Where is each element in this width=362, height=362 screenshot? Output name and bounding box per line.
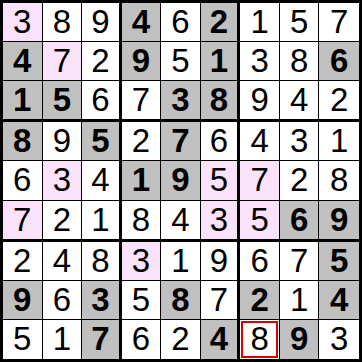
sudoku-cell[interactable]: 1 — [161, 242, 201, 281]
sudoku-cell[interactable]: 4 — [240, 122, 280, 161]
sudoku-cell[interactable]: 5 — [122, 281, 162, 320]
sudoku-cell[interactable]: 3 — [319, 320, 359, 359]
sudoku-cell[interactable]: 7 — [82, 320, 122, 359]
sudoku-cell[interactable]: 1 — [43, 320, 83, 359]
sudoku-cell[interactable]: 9 — [280, 320, 320, 359]
sudoku-cell[interactable]: 9 — [240, 81, 280, 122]
sudoku-cell[interactable]: 8 — [122, 201, 162, 242]
sudoku-cell[interactable]: 6 — [280, 201, 320, 242]
sudoku-cell[interactable]: 5 — [43, 81, 83, 122]
sudoku-cell[interactable]: 1 — [3, 81, 43, 122]
sudoku-cell[interactable]: 4 — [201, 320, 241, 359]
sudoku-cell[interactable]: 1 — [201, 42, 241, 81]
sudoku-cell[interactable]: 2 — [319, 81, 359, 122]
sudoku-cell[interactable]: 7 — [122, 81, 162, 122]
sudoku-cell[interactable]: 8 — [43, 3, 83, 42]
selected-cell[interactable]: 8 — [240, 320, 280, 359]
sudoku-cell[interactable]: 5 — [161, 42, 201, 81]
sudoku-cell[interactable]: 8 — [201, 81, 241, 122]
sudoku-cell[interactable]: 3 — [201, 201, 241, 242]
sudoku-cell[interactable]: 4 — [82, 161, 122, 200]
sudoku-cell[interactable]: 5 — [3, 320, 43, 359]
sudoku-cell[interactable]: 6 — [3, 161, 43, 200]
sudoku-cell[interactable]: 3 — [240, 42, 280, 81]
sudoku-cell[interactable]: 7 — [280, 242, 320, 281]
sudoku-cell[interactable]: 8 — [161, 281, 201, 320]
sudoku-cell[interactable]: 6 — [82, 81, 122, 122]
sudoku-cell[interactable]: 9 — [319, 201, 359, 242]
sudoku-cell[interactable]: 4 — [280, 81, 320, 122]
sudoku-cell[interactable]: 4 — [319, 281, 359, 320]
sudoku-cell[interactable]: 2 — [43, 201, 83, 242]
sudoku-cell[interactable]: 4 — [122, 3, 162, 42]
sudoku-cell[interactable]: 2 — [161, 320, 201, 359]
sudoku-cell[interactable]: 3 — [43, 161, 83, 200]
sudoku-cell[interactable]: 7 — [43, 42, 83, 81]
sudoku-cell[interactable]: 5 — [319, 242, 359, 281]
sudoku-cell[interactable]: 8 — [82, 242, 122, 281]
sudoku-cell[interactable]: 8 — [280, 42, 320, 81]
sudoku-cell[interactable]: 3 — [82, 281, 122, 320]
sudoku-cell[interactable]: 8 — [319, 161, 359, 200]
sudoku-cell[interactable]: 7 — [201, 281, 241, 320]
sudoku-cell[interactable]: 9 — [3, 281, 43, 320]
sudoku-cell[interactable]: 3 — [161, 81, 201, 122]
sudoku-cell[interactable]: 6 — [43, 281, 83, 320]
sudoku-cell[interactable]: 9 — [122, 42, 162, 81]
sudoku-cell[interactable]: 7 — [161, 122, 201, 161]
sudoku-cell[interactable]: 1 — [319, 122, 359, 161]
sudoku-cell[interactable]: 6 — [240, 242, 280, 281]
sudoku-cell[interactable]: 2 — [280, 161, 320, 200]
sudoku-cell[interactable]: 3 — [122, 242, 162, 281]
sudoku-cell[interactable]: 2 — [240, 281, 280, 320]
sudoku-cell[interactable]: 9 — [43, 122, 83, 161]
sudoku-cell[interactable]: 5 — [201, 161, 241, 200]
sudoku-cell[interactable]: 1 — [82, 201, 122, 242]
sudoku-cell[interactable]: 9 — [82, 3, 122, 42]
sudoku-cell[interactable]: 2 — [122, 122, 162, 161]
sudoku-cell[interactable]: 2 — [3, 242, 43, 281]
sudoku-cell[interactable]: 8 — [3, 122, 43, 161]
sudoku-cell[interactable]: 3 — [3, 3, 43, 42]
sudoku-cell[interactable]: 5 — [240, 201, 280, 242]
sudoku-board: 3894621574729513861567389428952764316341… — [0, 0, 362, 362]
sudoku-cell[interactable]: 6 — [161, 3, 201, 42]
sudoku-cell[interactable]: 1 — [280, 281, 320, 320]
sudoku-cell[interactable]: 5 — [280, 3, 320, 42]
sudoku-cell[interactable]: 1 — [122, 161, 162, 200]
sudoku-cell[interactable]: 5 — [82, 122, 122, 161]
sudoku-cell[interactable]: 4 — [43, 242, 83, 281]
sudoku-cell[interactable]: 7 — [319, 3, 359, 42]
sudoku-cell[interactable]: 7 — [3, 201, 43, 242]
sudoku-cell[interactable]: 6 — [319, 42, 359, 81]
sudoku-cell[interactable]: 4 — [3, 42, 43, 81]
sudoku-cell[interactable]: 6 — [201, 122, 241, 161]
sudoku-cell[interactable]: 9 — [161, 161, 201, 200]
sudoku-cell[interactable]: 2 — [82, 42, 122, 81]
sudoku-cell[interactable]: 6 — [122, 320, 162, 359]
sudoku-cell[interactable]: 3 — [280, 122, 320, 161]
sudoku-cell[interactable]: 9 — [201, 242, 241, 281]
sudoku-cell[interactable]: 2 — [201, 3, 241, 42]
sudoku-cell[interactable]: 1 — [240, 3, 280, 42]
sudoku-cell[interactable]: 4 — [161, 201, 201, 242]
sudoku-cell[interactable]: 7 — [240, 161, 280, 200]
